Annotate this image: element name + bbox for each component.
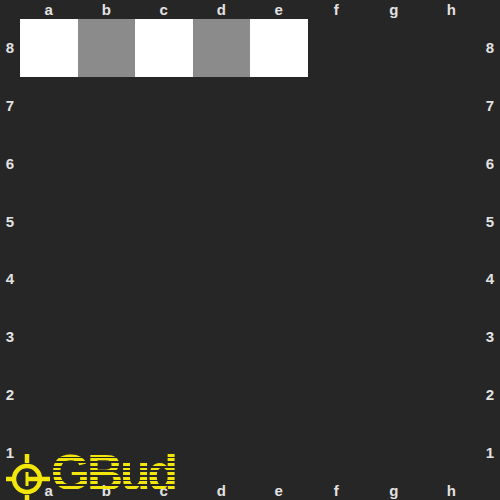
chess-board — [20, 19, 480, 481]
square-d8[interactable] — [193, 19, 251, 77]
file-label-a: a — [20, 0, 78, 19]
rank-label-1: 1 — [0, 423, 20, 481]
file-label-h: h — [423, 0, 481, 19]
rank-labels-right: 87654321 — [480, 19, 500, 481]
file-label-g: g — [365, 0, 423, 19]
rank-label-6: 6 — [0, 135, 20, 193]
file-label-d: d — [193, 0, 251, 19]
file-label-c: c — [135, 0, 193, 19]
rank-label-2: 2 — [480, 366, 500, 424]
rank-label-6: 6 — [480, 135, 500, 193]
square-e8[interactable] — [250, 19, 308, 77]
rank-label-3: 3 — [0, 308, 20, 366]
rank-label-8: 8 — [480, 19, 500, 77]
rank-label-4: 4 — [0, 250, 20, 308]
square-a8[interactable] — [20, 19, 78, 77]
rank-label-2: 2 — [0, 366, 20, 424]
file-label-c: c — [135, 481, 193, 500]
rank-label-5: 5 — [480, 192, 500, 250]
file-label-a: a — [20, 481, 78, 500]
file-label-b: b — [78, 481, 136, 500]
file-label-b: b — [78, 0, 136, 19]
chess-diagram: abcdefgh abcdefgh 87654321 87654321 GBud — [0, 0, 500, 500]
file-label-h: h — [423, 481, 481, 500]
rank-label-5: 5 — [0, 192, 20, 250]
file-labels-bottom: abcdefgh — [20, 481, 480, 500]
rank-labels-left: 87654321 — [0, 19, 20, 481]
square-b8[interactable] — [78, 19, 136, 77]
rank-label-7: 7 — [0, 77, 20, 135]
square-c8[interactable] — [135, 19, 193, 77]
file-label-f: f — [308, 0, 366, 19]
file-label-d: d — [193, 481, 251, 500]
file-labels-top: abcdefgh — [20, 0, 480, 19]
file-label-g: g — [365, 481, 423, 500]
rank-label-7: 7 — [480, 77, 500, 135]
rank-label-3: 3 — [480, 308, 500, 366]
rank-label-1: 1 — [480, 423, 500, 481]
file-label-e: e — [250, 481, 308, 500]
rank-label-4: 4 — [480, 250, 500, 308]
file-label-f: f — [308, 481, 366, 500]
rank-label-8: 8 — [0, 19, 20, 77]
file-label-e: e — [250, 0, 308, 19]
